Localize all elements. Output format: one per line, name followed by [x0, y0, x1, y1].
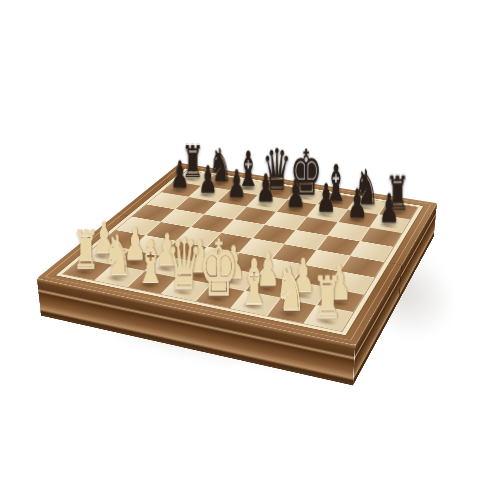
white-knight-icon: ♞	[103, 228, 132, 284]
black-pawn-icon: ♟	[170, 157, 189, 194]
fold-seam	[398, 264, 401, 302]
white-rook-icon: ♜	[313, 269, 343, 327]
black-pawn-icon: ♟	[227, 166, 247, 204]
square-e5[interactable]	[253, 225, 295, 244]
white-queen-icon: ♛	[166, 229, 202, 299]
white-bishop-icon: ♝	[238, 251, 270, 312]
product-photo: ♜♞♝♛♚♝♞♜♟♟♟♟♟♟♟♟♟♟♟♟♟♟♟♟♜♞♝♛♚♝♞♜	[0, 0, 500, 500]
white-rook-icon: ♜	[72, 224, 99, 277]
black-pawn-icon: ♟	[286, 175, 306, 214]
black-pawn-icon: ♟	[198, 161, 217, 199]
chess-case: ♜♞♝♛♚♝♞♜♟♟♟♟♟♟♟♟♟♟♟♟♟♟♟♟♜♞♝♛♚♝♞♜	[37, 163, 437, 345]
white-knight-icon: ♞	[275, 260, 306, 319]
black-pawn-icon: ♟	[379, 189, 400, 229]
white-king-icon: ♚	[199, 229, 239, 306]
scene-3d: ♜♞♝♛♚♝♞♜♟♟♟♟♟♟♟♟♟♟♟♟♟♟♟♟♜♞♝♛♚♝♞♜	[0, 0, 500, 500]
white-bishop-icon: ♝	[135, 232, 165, 291]
black-pawn-icon: ♟	[316, 179, 336, 218]
black-pawn-icon: ♟	[256, 170, 276, 209]
black-pawn-icon: ♟	[347, 184, 368, 224]
hinge-knob	[434, 207, 436, 215]
